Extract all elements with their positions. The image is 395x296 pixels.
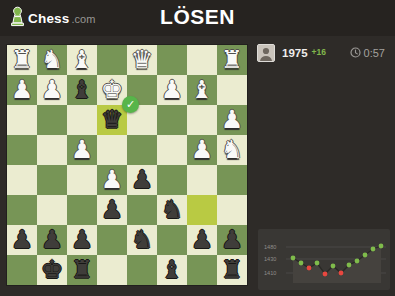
black-pawn-g7[interactable]: ♟ [37, 225, 67, 255]
square-e4[interactable] [97, 135, 127, 165]
square-f2[interactable]: ♝ [67, 75, 97, 105]
square-a1[interactable]: ♜ [217, 45, 247, 75]
black-knight-c6[interactable]: ♞ [157, 195, 187, 225]
square-c8[interactable]: ♝ [157, 255, 187, 285]
square-h7[interactable]: ♟ [7, 225, 37, 255]
puzzle-rating: 1975 [282, 47, 308, 59]
square-f4[interactable]: ♟ [67, 135, 97, 165]
square-h1[interactable]: ♜ [7, 45, 37, 75]
black-bishop-f2[interactable]: ♝ [67, 75, 97, 105]
white-pawn-g2[interactable]: ♟ [37, 75, 67, 105]
square-b8[interactable] [187, 255, 217, 285]
square-g3[interactable] [37, 105, 67, 135]
timer-value: 0:57 [364, 47, 385, 59]
square-d5[interactable]: ♟ [127, 165, 157, 195]
square-a6[interactable] [217, 195, 247, 225]
square-e3[interactable]: ♛ [97, 105, 127, 135]
square-g5[interactable] [37, 165, 67, 195]
puzzle-result-dot-3-loss [307, 266, 312, 271]
square-d1[interactable]: ♛ [127, 45, 157, 75]
correct-move-check-icon: ✓ [122, 96, 139, 113]
puzzle-timer: 0:57 [350, 44, 385, 62]
black-rook-a8[interactable]: ♜ [217, 255, 247, 285]
ytick-label: 1430 [264, 256, 276, 262]
white-pawn-e5[interactable]: ♟ [97, 165, 127, 195]
black-pawn-f7[interactable]: ♟ [67, 225, 97, 255]
square-f3[interactable] [67, 105, 97, 135]
square-d7[interactable]: ♞ [127, 225, 157, 255]
top-bar: Chess .com LÖSEN [0, 0, 395, 36]
white-pawn-c2[interactable]: ♟ [157, 75, 187, 105]
white-bishop-b2[interactable]: ♝ [187, 75, 217, 105]
white-knight-a4[interactable]: ♞ [217, 135, 247, 165]
rating-chart-panel: 148014301410 [258, 229, 390, 290]
puzzle-result-dot-4-win [315, 261, 320, 266]
white-pawn-f4[interactable]: ♟ [67, 135, 97, 165]
square-f5[interactable] [67, 165, 97, 195]
white-pawn-b4[interactable]: ♟ [187, 135, 217, 165]
white-pawn-h2[interactable]: ♟ [7, 75, 37, 105]
ytick-label: 1410 [264, 270, 276, 276]
black-knight-d7[interactable]: ♞ [127, 225, 157, 255]
square-e5[interactable]: ♟ [97, 165, 127, 195]
white-rook-a1[interactable]: ♜ [217, 45, 247, 75]
square-e6[interactable]: ♟ [97, 195, 127, 225]
white-bishop-f1[interactable]: ♝ [67, 45, 97, 75]
rating-change-badge: +16 [312, 47, 326, 57]
puzzle-result-dot-10-win [363, 253, 368, 258]
white-knight-g1[interactable]: ♞ [37, 45, 67, 75]
black-pawn-a7[interactable]: ♟ [217, 225, 247, 255]
square-g7[interactable]: ♟ [37, 225, 67, 255]
puzzle-result-dot-6-win [331, 264, 336, 269]
puzzle-result-dot-5-loss [323, 272, 328, 277]
square-b4[interactable]: ♟ [187, 135, 217, 165]
square-h6[interactable] [7, 195, 37, 225]
square-c5[interactable] [157, 165, 187, 195]
white-queen-d1[interactable]: ♛ [127, 45, 157, 75]
square-c4[interactable] [157, 135, 187, 165]
square-c1[interactable] [157, 45, 187, 75]
square-e8[interactable] [97, 255, 127, 285]
square-f6[interactable] [67, 195, 97, 225]
square-c6[interactable]: ♞ [157, 195, 187, 225]
square-d4[interactable] [127, 135, 157, 165]
puzzle-result-dot-1-win [291, 256, 296, 261]
black-king-g8[interactable]: ♚ [37, 255, 67, 285]
square-b7[interactable]: ♟ [187, 225, 217, 255]
black-rook-f8[interactable]: ♜ [67, 255, 97, 285]
rating-area-fill [293, 246, 381, 283]
black-pawn-h7[interactable]: ♟ [7, 225, 37, 255]
player-info-row: 1975 +16 0:57 [257, 44, 390, 62]
black-queen-e3[interactable]: ♛ [97, 105, 127, 135]
chess-board[interactable]: ♜♞♝♛♜♟♟♝♚♟♝♛♟♟♟♞♟♟♟♞♟♟♟♞♟♟♚♜♝♜✓ [7, 45, 247, 285]
square-f7[interactable]: ♟ [67, 225, 97, 255]
square-b1[interactable] [187, 45, 217, 75]
user-avatar[interactable] [257, 44, 275, 62]
white-pawn-a3[interactable]: ♟ [217, 105, 247, 135]
square-b3[interactable] [187, 105, 217, 135]
ytick-label: 1480 [264, 244, 276, 250]
rating-line-chart: 148014301410 [258, 229, 390, 290]
square-a3[interactable]: ♟ [217, 105, 247, 135]
black-bishop-c8[interactable]: ♝ [157, 255, 187, 285]
square-b2[interactable]: ♝ [187, 75, 217, 105]
square-d8[interactable] [127, 255, 157, 285]
square-h5[interactable] [7, 165, 37, 195]
puzzle-solver-app: Chess .com LÖSEN ♜♞♝♛♜♟♟♝♚♟♝♛♟♟♟♞♟♟♟♞♟♟♟… [0, 0, 395, 296]
puzzle-result-dot-12-win [379, 244, 384, 249]
square-e7[interactable] [97, 225, 127, 255]
square-e1[interactable] [97, 45, 127, 75]
square-a7[interactable]: ♟ [217, 225, 247, 255]
square-c7[interactable] [157, 225, 187, 255]
square-d6[interactable] [127, 195, 157, 225]
square-a8[interactable]: ♜ [217, 255, 247, 285]
square-g1[interactable]: ♞ [37, 45, 67, 75]
square-c2[interactable]: ♟ [157, 75, 187, 105]
puzzle-result-dot-2-win [299, 261, 304, 266]
square-h3[interactable] [7, 105, 37, 135]
white-rook-h1[interactable]: ♜ [7, 45, 37, 75]
square-a2[interactable] [217, 75, 247, 105]
black-pawn-b7[interactable]: ♟ [187, 225, 217, 255]
puzzle-result-dot-8-win [347, 263, 352, 268]
square-b5[interactable] [187, 165, 217, 195]
black-pawn-d5[interactable]: ♟ [127, 165, 157, 195]
square-f8[interactable]: ♜ [67, 255, 97, 285]
square-f1[interactable]: ♝ [67, 45, 97, 75]
puzzle-result-dot-7-loss [339, 271, 344, 276]
square-b6[interactable] [187, 195, 217, 225]
square-h2[interactable]: ♟ [7, 75, 37, 105]
puzzle-result-dot-9-win [355, 259, 360, 264]
square-a5[interactable] [217, 165, 247, 195]
square-g2[interactable]: ♟ [37, 75, 67, 105]
square-g6[interactable] [37, 195, 67, 225]
clock-icon [350, 44, 361, 62]
black-pawn-e6[interactable]: ♟ [97, 195, 127, 225]
square-g8[interactable]: ♚ [37, 255, 67, 285]
square-h4[interactable] [7, 135, 37, 165]
square-a4[interactable]: ♞ [217, 135, 247, 165]
square-c3[interactable] [157, 105, 187, 135]
page-title: LÖSEN [0, 5, 395, 29]
square-g4[interactable] [37, 135, 67, 165]
puzzle-result-dot-11-win [371, 247, 376, 252]
square-h8[interactable] [7, 255, 37, 285]
